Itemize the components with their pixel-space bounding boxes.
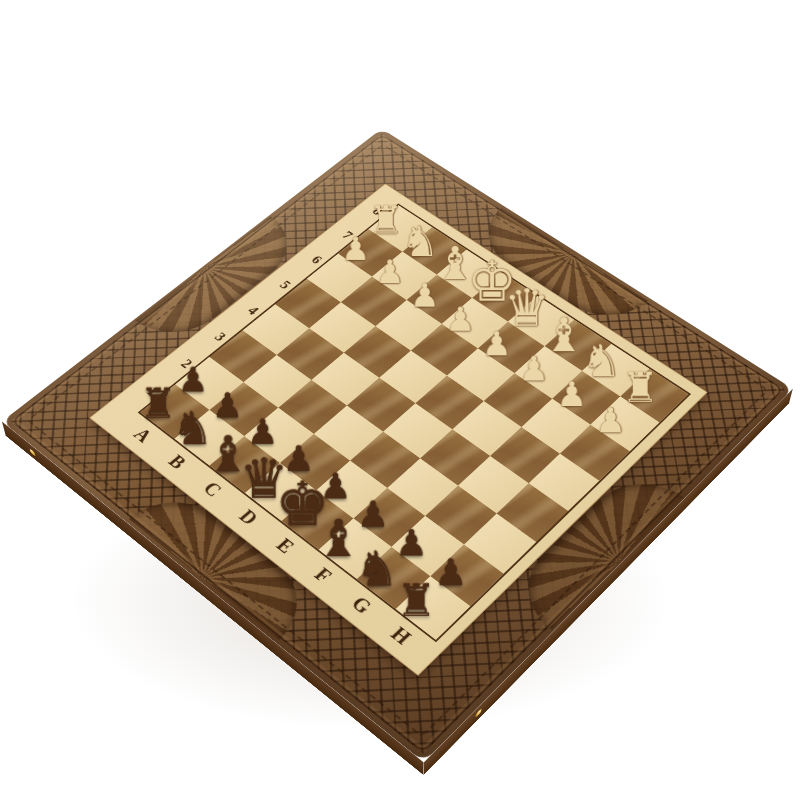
piece-dark-rook-h1[interactable]: ♜ — [390, 579, 443, 624]
product-photo-background: 87654321 ABCDEFGH ♜♞♝♚♛♝♞♜♟♟♟♟♟♟♟♟♟♟♟♟♟♟… — [0, 0, 800, 800]
piece-white-pawn-h7[interactable]: ♟ — [586, 403, 636, 437]
brass-pin — [476, 708, 482, 718]
brass-pin — [29, 448, 36, 457]
